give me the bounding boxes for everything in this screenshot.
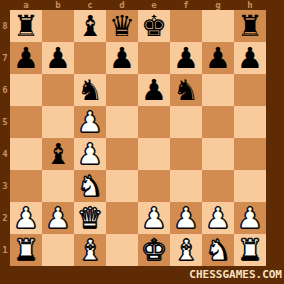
square-h4 (234, 138, 266, 170)
square-c2: ♛ (74, 202, 106, 234)
piece-white-pawn: ♟ (13, 202, 39, 234)
square-f2: ♟ (170, 202, 202, 234)
square-e5 (138, 106, 170, 138)
file-label-b: b (42, 0, 74, 10)
square-b3 (42, 170, 74, 202)
square-h7: ♟ (234, 42, 266, 74)
piece-black-king: ♚ (141, 10, 167, 42)
square-a3 (10, 170, 42, 202)
square-g1: ♞ (202, 234, 234, 266)
piece-white-knight: ♞ (77, 170, 103, 202)
piece-white-pawn: ♟ (77, 138, 103, 170)
square-a7: ♟ (10, 42, 42, 74)
piece-black-pawn: ♟ (109, 42, 135, 74)
square-b8 (42, 10, 74, 42)
square-f6: ♞ (170, 74, 202, 106)
piece-black-pawn: ♟ (237, 42, 263, 74)
piece-black-knight: ♞ (173, 74, 199, 106)
piece-black-rook: ♜ (13, 10, 39, 42)
square-g5 (202, 106, 234, 138)
square-b7: ♟ (42, 42, 74, 74)
square-c4: ♟ (74, 138, 106, 170)
square-g8 (202, 10, 234, 42)
square-h1: ♜ (234, 234, 266, 266)
square-f7: ♟ (170, 42, 202, 74)
piece-white-queen: ♛ (77, 202, 103, 234)
piece-white-pawn: ♟ (45, 202, 71, 234)
square-h2: ♟ (234, 202, 266, 234)
piece-white-pawn: ♟ (237, 202, 263, 234)
square-b2: ♟ (42, 202, 74, 234)
square-d4 (106, 138, 138, 170)
square-g7: ♟ (202, 42, 234, 74)
square-f8 (170, 10, 202, 42)
square-f4 (170, 138, 202, 170)
square-d3 (106, 170, 138, 202)
square-d1 (106, 234, 138, 266)
square-d5 (106, 106, 138, 138)
square-h5 (234, 106, 266, 138)
square-e4 (138, 138, 170, 170)
square-g6 (202, 74, 234, 106)
square-h6 (234, 74, 266, 106)
piece-black-pawn: ♟ (13, 42, 39, 74)
square-e7 (138, 42, 170, 74)
square-a5 (10, 106, 42, 138)
piece-white-pawn: ♟ (173, 202, 199, 234)
piece-white-bishop: ♝ (77, 234, 103, 266)
square-g4 (202, 138, 234, 170)
square-b6 (42, 74, 74, 106)
square-f1: ♝ (170, 234, 202, 266)
site-watermark: CHESSGAMES.COM (189, 268, 282, 281)
square-f5 (170, 106, 202, 138)
square-e1: ♚ (138, 234, 170, 266)
square-a4 (10, 138, 42, 170)
square-h3 (234, 170, 266, 202)
square-e8: ♚ (138, 10, 170, 42)
square-c6: ♞ (74, 74, 106, 106)
piece-white-pawn: ♟ (141, 202, 167, 234)
square-h8: ♜ (234, 10, 266, 42)
piece-black-bishop: ♝ (77, 10, 103, 42)
square-a2: ♟ (10, 202, 42, 234)
square-d2 (106, 202, 138, 234)
file-label-f: f (170, 0, 202, 10)
square-a1: ♜ (10, 234, 42, 266)
square-d7: ♟ (106, 42, 138, 74)
square-b5 (42, 106, 74, 138)
rank-label-4: 4 (0, 138, 10, 170)
rank-label-2: 2 (0, 202, 10, 234)
square-a6 (10, 74, 42, 106)
chess-board: ♜♝♛♚♜♟♟♟♟♟♟♞♟♞♟♝♟♞♟♟♛♟♟♟♟♜♝♚♝♞♜ (10, 10, 266, 266)
square-c7 (74, 42, 106, 74)
piece-black-pawn: ♟ (205, 42, 231, 74)
square-d8: ♛ (106, 10, 138, 42)
piece-black-bishop: ♝ (45, 138, 71, 170)
rank-label-7: 7 (0, 42, 10, 74)
square-b1 (42, 234, 74, 266)
file-labels: abcdefgh (10, 0, 266, 10)
square-f3 (170, 170, 202, 202)
square-d6 (106, 74, 138, 106)
square-c1: ♝ (74, 234, 106, 266)
piece-white-king: ♚ (141, 234, 167, 266)
piece-black-pawn: ♟ (141, 74, 167, 106)
piece-white-rook: ♜ (237, 234, 263, 266)
square-g3 (202, 170, 234, 202)
square-e6: ♟ (138, 74, 170, 106)
file-label-g: g (202, 0, 234, 10)
square-c3: ♞ (74, 170, 106, 202)
piece-white-pawn: ♟ (77, 106, 103, 138)
rank-label-6: 6 (0, 74, 10, 106)
piece-white-pawn: ♟ (205, 202, 231, 234)
rank-label-3: 3 (0, 170, 10, 202)
square-a8: ♜ (10, 10, 42, 42)
square-e3 (138, 170, 170, 202)
piece-black-pawn: ♟ (45, 42, 71, 74)
rank-label-1: 1 (0, 234, 10, 266)
rank-label-5: 5 (0, 106, 10, 138)
piece-black-knight: ♞ (77, 74, 103, 106)
piece-black-pawn: ♟ (173, 42, 199, 74)
square-c5: ♟ (74, 106, 106, 138)
square-g2: ♟ (202, 202, 234, 234)
square-b4: ♝ (42, 138, 74, 170)
chess-diagram: abcdefgh 87654321 ♜♝♛♚♜♟♟♟♟♟♟♞♟♞♟♝♟♞♟♟♛♟… (0, 0, 284, 284)
piece-white-rook: ♜ (13, 234, 39, 266)
rank-labels: 87654321 (0, 10, 10, 266)
square-c8: ♝ (74, 10, 106, 42)
piece-black-queen: ♛ (109, 10, 135, 42)
piece-black-rook: ♜ (237, 10, 263, 42)
piece-white-knight: ♞ (205, 234, 231, 266)
piece-white-bishop: ♝ (173, 234, 199, 266)
rank-label-8: 8 (0, 10, 10, 42)
square-e2: ♟ (138, 202, 170, 234)
